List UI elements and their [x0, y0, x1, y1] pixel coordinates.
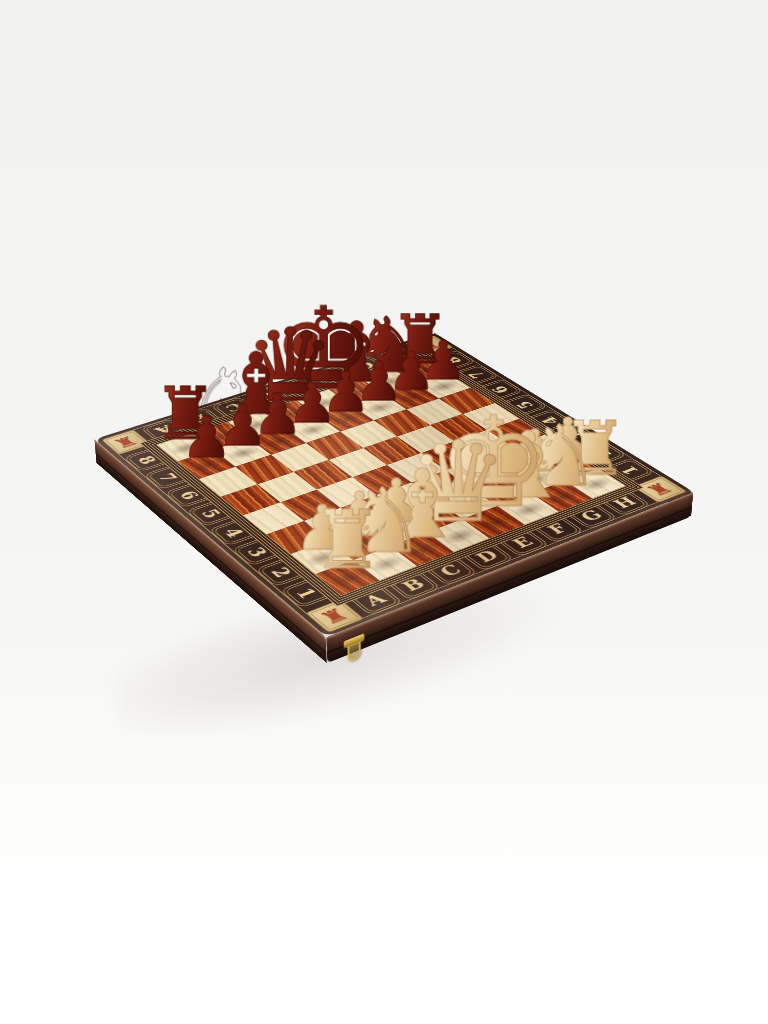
rook-icon: ♜	[109, 434, 141, 451]
file-label-text: D	[254, 390, 281, 404]
file-label-text: C	[221, 401, 247, 415]
rank-label-text: 8	[132, 453, 161, 466]
file-label-text: B	[397, 576, 429, 595]
rank-label-text: 5	[196, 506, 226, 520]
product-photo-stage: ABCDEFGH ABCDEFGH 87654321 87654321 ♜ ♜ …	[0, 0, 768, 1024]
rank-label-text: 4	[218, 525, 249, 540]
file-label-text: B	[186, 412, 213, 426]
rook-icon: ♜	[414, 339, 445, 353]
rank-label-text: 7	[463, 369, 490, 380]
chess-board: ABCDEFGH ABCDEFGH 87654321 87654321 ♜ ♜ …	[94, 332, 693, 637]
white-rook-glyph: ♜	[311, 500, 383, 580]
rank-label-text: 6	[174, 488, 204, 502]
rank-label-text: 1	[290, 585, 322, 601]
piece-white-rook-a1[interactable]: ♜	[311, 500, 383, 580]
file-label-text: D	[471, 547, 503, 565]
file-label-text: G	[352, 359, 378, 372]
file-label-text: F	[321, 370, 345, 382]
file-label-text: H	[383, 349, 411, 362]
file-label-text: F	[543, 521, 572, 537]
file-label-text: E	[508, 534, 538, 551]
rank-label-text: 7	[153, 470, 182, 483]
scene: ABCDEFGH ABCDEFGH 87654321 87654321 ♜ ♜ …	[0, 0, 768, 1024]
file-label-text: A	[360, 590, 391, 609]
brass-clasp-front[interactable]	[342, 633, 367, 665]
rook-icon: ♜	[315, 605, 353, 627]
file-label-text: G	[576, 507, 607, 524]
rook-icon: ♜	[641, 480, 677, 498]
clasp-hook	[348, 641, 361, 662]
rank-label-text: 3	[242, 544, 273, 559]
file-label-text: A	[151, 423, 177, 437]
file-label-text: H	[608, 494, 641, 511]
file-label-text: E	[288, 380, 313, 393]
file-label-text: C	[435, 561, 466, 579]
rank-label-text: 2	[266, 564, 298, 580]
rank-label-text: 8	[440, 355, 466, 366]
